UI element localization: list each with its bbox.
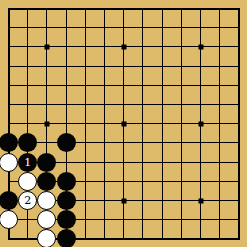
board-intersection[interactable] bbox=[152, 18, 171, 37]
board-intersection[interactable]: 2 bbox=[18, 191, 37, 210]
board-intersection[interactable] bbox=[76, 56, 95, 75]
board-intersection[interactable] bbox=[210, 37, 229, 56]
board-intersection[interactable] bbox=[210, 172, 229, 191]
board-intersection[interactable] bbox=[133, 210, 152, 229]
board-intersection[interactable] bbox=[210, 18, 229, 37]
board-intersection[interactable] bbox=[191, 95, 210, 114]
board-intersection[interactable] bbox=[76, 0, 95, 18]
board-intersection[interactable] bbox=[114, 114, 133, 133]
board-intersection[interactable] bbox=[95, 114, 114, 133]
board-intersection[interactable] bbox=[37, 18, 56, 37]
board-intersection[interactable] bbox=[56, 37, 75, 56]
move-number-label: 2 bbox=[24, 195, 31, 206]
black-stone bbox=[0, 133, 18, 152]
board-intersection[interactable]: 1 bbox=[18, 152, 37, 171]
black-stone bbox=[18, 133, 37, 152]
board-intersection[interactable] bbox=[76, 229, 95, 247]
board-intersection[interactable] bbox=[37, 0, 56, 18]
board-intersection[interactable] bbox=[210, 229, 229, 247]
black-stone bbox=[37, 172, 56, 191]
board-intersection[interactable] bbox=[37, 210, 56, 229]
board-intersection[interactable] bbox=[76, 18, 95, 37]
board-intersection[interactable] bbox=[152, 0, 171, 18]
white-stone bbox=[37, 210, 56, 229]
board-intersection[interactable] bbox=[152, 133, 171, 152]
board-intersection[interactable] bbox=[95, 0, 114, 18]
board-grid: 12 bbox=[0, 0, 247, 247]
board-intersection[interactable] bbox=[114, 37, 133, 56]
board-intersection[interactable] bbox=[210, 191, 229, 210]
board-intersection[interactable] bbox=[152, 37, 171, 56]
board-intersection[interactable] bbox=[172, 172, 191, 191]
move-number-label: 1 bbox=[24, 157, 31, 168]
board-intersection[interactable] bbox=[133, 172, 152, 191]
board-intersection[interactable] bbox=[56, 133, 75, 152]
board-intersection[interactable] bbox=[229, 18, 247, 37]
board-intersection[interactable] bbox=[191, 172, 210, 191]
board-intersection[interactable] bbox=[95, 76, 114, 95]
board-intersection[interactable] bbox=[37, 114, 56, 133]
board-intersection[interactable] bbox=[152, 56, 171, 75]
board-intersection[interactable] bbox=[229, 229, 247, 247]
board-intersection[interactable] bbox=[191, 0, 210, 18]
board-intersection[interactable] bbox=[18, 133, 37, 152]
board-intersection[interactable] bbox=[18, 210, 37, 229]
board-intersection[interactable] bbox=[172, 152, 191, 171]
board-intersection[interactable] bbox=[76, 172, 95, 191]
black-stone bbox=[57, 210, 76, 229]
board-intersection[interactable] bbox=[172, 114, 191, 133]
board-intersection[interactable] bbox=[76, 191, 95, 210]
board-intersection[interactable] bbox=[229, 114, 247, 133]
board-intersection[interactable] bbox=[229, 0, 247, 18]
black-stone bbox=[57, 133, 76, 152]
board-intersection[interactable] bbox=[152, 114, 171, 133]
board-intersection[interactable] bbox=[133, 114, 152, 133]
board-intersection[interactable] bbox=[0, 114, 18, 133]
board-intersection[interactable] bbox=[133, 191, 152, 210]
board-intersection[interactable] bbox=[210, 95, 229, 114]
board-intersection[interactable] bbox=[172, 95, 191, 114]
board-intersection[interactable] bbox=[0, 229, 18, 247]
board-intersection[interactable] bbox=[152, 172, 171, 191]
board-intersection[interactable] bbox=[76, 152, 95, 171]
board-intersection[interactable] bbox=[210, 152, 229, 171]
board-intersection[interactable] bbox=[133, 0, 152, 18]
board-intersection[interactable] bbox=[37, 76, 56, 95]
board-intersection[interactable] bbox=[114, 95, 133, 114]
board-intersection[interactable] bbox=[114, 152, 133, 171]
board-intersection[interactable] bbox=[76, 37, 95, 56]
board-intersection[interactable] bbox=[56, 229, 75, 247]
board-intersection[interactable] bbox=[172, 56, 191, 75]
board-intersection[interactable] bbox=[76, 133, 95, 152]
board-intersection[interactable] bbox=[114, 133, 133, 152]
board-intersection[interactable] bbox=[0, 133, 18, 152]
white-stone: 2 bbox=[18, 191, 37, 210]
go-board: 12 bbox=[0, 0, 247, 247]
board-intersection[interactable] bbox=[37, 133, 56, 152]
board-intersection[interactable] bbox=[172, 37, 191, 56]
board-intersection[interactable] bbox=[172, 76, 191, 95]
board-intersection[interactable] bbox=[18, 18, 37, 37]
board-intersection[interactable] bbox=[95, 152, 114, 171]
board-intersection[interactable] bbox=[0, 56, 18, 75]
board-intersection[interactable] bbox=[229, 95, 247, 114]
board-intersection[interactable] bbox=[133, 76, 152, 95]
board-intersection[interactable] bbox=[95, 95, 114, 114]
board-intersection[interactable] bbox=[18, 0, 37, 18]
board-intersection[interactable] bbox=[56, 0, 75, 18]
board-intersection[interactable] bbox=[18, 37, 37, 56]
board-intersection[interactable] bbox=[37, 37, 56, 56]
board-intersection[interactable] bbox=[114, 172, 133, 191]
black-stone bbox=[0, 191, 18, 210]
board-intersection[interactable] bbox=[95, 56, 114, 75]
board-intersection[interactable] bbox=[37, 95, 56, 114]
board-intersection[interactable] bbox=[56, 76, 75, 95]
board-intersection[interactable] bbox=[114, 56, 133, 75]
board-intersection[interactable] bbox=[229, 76, 247, 95]
board-intersection[interactable] bbox=[114, 191, 133, 210]
board-intersection[interactable] bbox=[0, 95, 18, 114]
board-intersection[interactable] bbox=[0, 37, 18, 56]
board-intersection[interactable] bbox=[210, 0, 229, 18]
board-intersection[interactable] bbox=[18, 76, 37, 95]
board-intersection[interactable] bbox=[76, 210, 95, 229]
board-intersection[interactable] bbox=[18, 56, 37, 75]
white-stone bbox=[37, 229, 56, 247]
board-intersection[interactable] bbox=[191, 37, 210, 56]
board-intersection[interactable] bbox=[0, 18, 18, 37]
white-stone bbox=[0, 210, 18, 229]
board-intersection[interactable] bbox=[229, 210, 247, 229]
board-intersection[interactable] bbox=[37, 229, 56, 247]
board-intersection[interactable] bbox=[95, 172, 114, 191]
board-intersection[interactable] bbox=[56, 210, 75, 229]
board-intersection[interactable] bbox=[0, 172, 18, 191]
board-intersection[interactable] bbox=[95, 133, 114, 152]
board-intersection[interactable] bbox=[0, 210, 18, 229]
board-intersection[interactable] bbox=[191, 210, 210, 229]
board-intersection[interactable] bbox=[172, 133, 191, 152]
board-intersection[interactable] bbox=[37, 191, 56, 210]
board-intersection[interactable] bbox=[95, 191, 114, 210]
board-intersection[interactable] bbox=[152, 229, 171, 247]
board-intersection[interactable] bbox=[210, 114, 229, 133]
board-intersection[interactable] bbox=[191, 114, 210, 133]
board-intersection[interactable] bbox=[0, 191, 18, 210]
board-intersection[interactable] bbox=[18, 229, 37, 247]
black-stone bbox=[57, 229, 76, 247]
white-stone bbox=[0, 153, 18, 172]
board-intersection[interactable] bbox=[191, 152, 210, 171]
board-intersection[interactable] bbox=[152, 210, 171, 229]
board-intersection[interactable] bbox=[191, 56, 210, 75]
board-intersection[interactable] bbox=[210, 133, 229, 152]
black-stone: 1 bbox=[18, 153, 37, 172]
board-intersection[interactable] bbox=[229, 172, 247, 191]
board-intersection[interactable] bbox=[172, 191, 191, 210]
board-intersection[interactable] bbox=[172, 18, 191, 37]
board-intersection[interactable] bbox=[37, 56, 56, 75]
board-intersection[interactable] bbox=[114, 0, 133, 18]
board-intersection[interactable] bbox=[172, 229, 191, 247]
board-intersection[interactable] bbox=[56, 172, 75, 191]
board-intersection[interactable] bbox=[76, 76, 95, 95]
board-intersection[interactable] bbox=[76, 114, 95, 133]
white-stone bbox=[18, 172, 37, 191]
board-intersection[interactable] bbox=[18, 172, 37, 191]
board-intersection[interactable] bbox=[114, 76, 133, 95]
board-intersection[interactable] bbox=[191, 18, 210, 37]
board-intersection[interactable] bbox=[114, 229, 133, 247]
board-intersection[interactable] bbox=[172, 0, 191, 18]
board-intersection[interactable] bbox=[76, 95, 95, 114]
board-intersection[interactable] bbox=[172, 210, 191, 229]
board-intersection[interactable] bbox=[133, 133, 152, 152]
board-intersection[interactable] bbox=[56, 18, 75, 37]
board-intersection[interactable] bbox=[37, 172, 56, 191]
board-intersection[interactable] bbox=[56, 152, 75, 171]
board-intersection[interactable] bbox=[0, 0, 18, 18]
board-intersection[interactable] bbox=[229, 37, 247, 56]
board-intersection[interactable] bbox=[133, 229, 152, 247]
board-intersection[interactable] bbox=[210, 56, 229, 75]
board-intersection[interactable] bbox=[95, 18, 114, 37]
board-intersection[interactable] bbox=[210, 76, 229, 95]
board-intersection[interactable] bbox=[229, 56, 247, 75]
board-intersection[interactable] bbox=[95, 37, 114, 56]
board-intersection[interactable] bbox=[133, 56, 152, 75]
board-intersection[interactable] bbox=[18, 95, 37, 114]
board-intersection[interactable] bbox=[133, 152, 152, 171]
board-intersection[interactable] bbox=[133, 95, 152, 114]
board-intersection[interactable] bbox=[229, 191, 247, 210]
board-intersection[interactable] bbox=[191, 133, 210, 152]
board-intersection[interactable] bbox=[56, 56, 75, 75]
board-intersection[interactable] bbox=[152, 152, 171, 171]
board-intersection[interactable] bbox=[56, 191, 75, 210]
board-intersection[interactable] bbox=[191, 229, 210, 247]
board-intersection[interactable] bbox=[0, 152, 18, 171]
board-intersection[interactable] bbox=[210, 210, 229, 229]
board-intersection[interactable] bbox=[18, 114, 37, 133]
board-intersection[interactable] bbox=[229, 133, 247, 152]
board-intersection[interactable] bbox=[56, 114, 75, 133]
board-intersection[interactable] bbox=[37, 152, 56, 171]
board-intersection[interactable] bbox=[152, 76, 171, 95]
board-intersection[interactable] bbox=[95, 229, 114, 247]
white-stone bbox=[37, 191, 56, 210]
black-stone bbox=[57, 172, 76, 191]
board-intersection[interactable] bbox=[95, 210, 114, 229]
board-intersection[interactable] bbox=[191, 76, 210, 95]
board-intersection[interactable] bbox=[133, 37, 152, 56]
board-intersection[interactable] bbox=[114, 210, 133, 229]
black-stone bbox=[37, 153, 56, 172]
board-intersection[interactable] bbox=[152, 95, 171, 114]
board-intersection[interactable] bbox=[229, 152, 247, 171]
board-intersection[interactable] bbox=[114, 18, 133, 37]
board-intersection[interactable] bbox=[152, 191, 171, 210]
board-intersection[interactable] bbox=[133, 18, 152, 37]
board-intersection[interactable] bbox=[56, 95, 75, 114]
board-intersection[interactable] bbox=[0, 76, 18, 95]
board-intersection[interactable] bbox=[191, 191, 210, 210]
black-stone bbox=[57, 191, 76, 210]
